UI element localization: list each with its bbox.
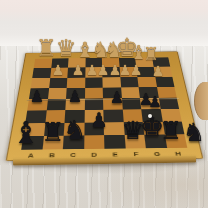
piece-black-queen-e1: ♛ [121, 118, 146, 143]
piece-white-queen-b8: ♛ [55, 37, 78, 60]
piece-black-pawn-a3: ♟ [29, 89, 45, 105]
piece-black-knight-h1: ♞ [182, 120, 207, 145]
piece-white-pawn-d7: ♟ [96, 63, 110, 77]
piece-black-knight-c1: ♞ [62, 117, 88, 143]
piece-black-king-f1: ♚ [139, 113, 166, 140]
piece-white-pawn-c7: ♟ [85, 63, 99, 77]
piece-black-pawn-e3: ♟ [109, 90, 125, 106]
piece-white-pawn-g7: ♟ [129, 63, 143, 77]
piece-white-knight-d8: ♞ [91, 40, 112, 61]
chess-set-photo: ABCDEFGH ♜♛♚♝♞♞♝♜♟♟♟♟♟♟♟♟♟♟♟♟♟♟♚♞♛♜♜♞♝ [0, 0, 208, 208]
piece-black-rook-g1: ♜ [159, 118, 184, 143]
piece-black-pawn-c3: ♟ [67, 89, 83, 105]
piece-black-pawn-f3: ♟ [138, 92, 154, 108]
piece-black-rook-b1: ♜ [40, 119, 66, 145]
piece-white-pawn-h7: ♟ [151, 64, 165, 78]
piece-white-pawn-f7: ♟ [118, 63, 132, 77]
piece-white-pawn-b7: ♟ [71, 63, 85, 77]
king-light-finial [148, 114, 152, 118]
piece-white-bishop-g8: ♝ [130, 43, 149, 62]
piece-white-rook-h8: ♜ [142, 45, 160, 63]
piece-white-king-f8: ♚ [115, 35, 140, 60]
piece-white-pawn-e7: ♟ [108, 63, 122, 77]
piece-white-bishop-c8: ♝ [75, 40, 96, 61]
piece-white-pawn-a7: ♟ [51, 63, 65, 77]
piece-black-pawn-g3: ♟ [148, 95, 163, 110]
piece-white-rook-a8: ♜ [35, 37, 58, 60]
pieces-layer: ♜♛♚♝♞♞♝♜♟♟♟♟♟♟♟♟♟♟♟♟♟♟♚♞♛♜♜♞♝ [0, 0, 208, 208]
piece-white-knight-e8: ♞ [104, 40, 125, 61]
piece-black-bishop-a1: ♝ [11, 118, 41, 148]
piece-black-pawn-d2: ♟ [89, 110, 109, 130]
